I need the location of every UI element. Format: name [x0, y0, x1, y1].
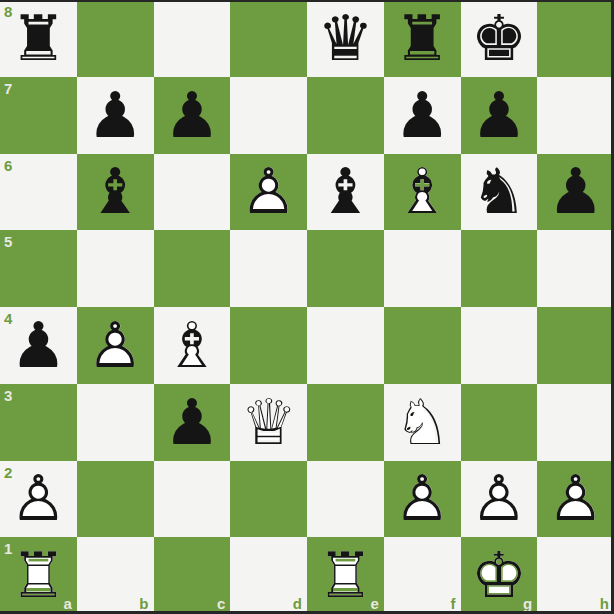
square-e1[interactable]: e♜♖ — [307, 537, 384, 614]
square-f1[interactable]: f — [384, 537, 461, 614]
square-a8[interactable]: 8♜ — [0, 0, 77, 77]
square-e5[interactable] — [307, 230, 384, 307]
square-e3[interactable] — [307, 384, 384, 461]
black-pawn-piece[interactable]: ♟ — [154, 77, 231, 154]
piece-glyph: ♝ — [77, 154, 154, 231]
white-pawn-piece[interactable]: ♟♙ — [537, 461, 614, 538]
white-rook-piece[interactable]: ♜♖ — [0, 537, 77, 614]
black-king-piece[interactable]: ♚ — [461, 0, 538, 77]
black-pawn-piece[interactable]: ♟ — [154, 384, 231, 461]
chessboard-frame: 8♜♛♜♚7♟♟♟♟6♝♟♙♝♝♗♞♟54♟♟♙♝♗3♟♛♕♞♘2♟♙♟♙♟♙♟… — [0, 0, 614, 614]
square-h2[interactable]: ♟♙ — [537, 461, 614, 538]
piece-glyph: ♜ — [0, 0, 77, 77]
square-f5[interactable] — [384, 230, 461, 307]
file-label-b: b — [139, 596, 148, 611]
square-b4[interactable]: ♟♙ — [77, 307, 154, 384]
square-g6[interactable]: ♞ — [461, 154, 538, 231]
square-h3[interactable] — [537, 384, 614, 461]
square-c6[interactable] — [154, 154, 231, 231]
piece-outline-glyph: ♔ — [461, 537, 538, 614]
white-bishop-piece[interactable]: ♝♗ — [154, 307, 231, 384]
piece-glyph: ♝ — [307, 154, 384, 231]
file-label-c: c — [217, 596, 225, 611]
black-pawn-piece[interactable]: ♟ — [0, 307, 77, 384]
square-d7[interactable] — [230, 77, 307, 154]
square-b8[interactable] — [77, 0, 154, 77]
piece-glyph: ♟ — [154, 384, 231, 461]
square-e4[interactable] — [307, 307, 384, 384]
square-b1[interactable]: b — [77, 537, 154, 614]
square-g4[interactable] — [461, 307, 538, 384]
square-e2[interactable] — [307, 461, 384, 538]
piece-outline-glyph: ♙ — [230, 154, 307, 231]
piece-outline-glyph: ♙ — [384, 461, 461, 538]
square-g3[interactable] — [461, 384, 538, 461]
white-queen-piece[interactable]: ♛♕ — [230, 384, 307, 461]
square-g8[interactable]: ♚ — [461, 0, 538, 77]
white-pawn-piece[interactable]: ♟♙ — [230, 154, 307, 231]
square-f7[interactable]: ♟ — [384, 77, 461, 154]
white-pawn-piece[interactable]: ♟♙ — [77, 307, 154, 384]
square-c3[interactable]: ♟ — [154, 384, 231, 461]
square-b2[interactable] — [77, 461, 154, 538]
square-c5[interactable] — [154, 230, 231, 307]
square-f2[interactable]: ♟♙ — [384, 461, 461, 538]
square-a5[interactable]: 5 — [0, 230, 77, 307]
square-h6[interactable]: ♟ — [537, 154, 614, 231]
piece-glyph: ♞ — [461, 154, 538, 231]
piece-outline-glyph: ♙ — [77, 307, 154, 384]
chess-board: 8♜♛♜♚7♟♟♟♟6♝♟♙♝♝♗♞♟54♟♟♙♝♗3♟♛♕♞♘2♟♙♟♙♟♙♟… — [0, 0, 614, 614]
file-label-h: h — [600, 596, 609, 611]
square-f8[interactable]: ♜ — [384, 0, 461, 77]
black-rook-piece[interactable]: ♜ — [384, 0, 461, 77]
square-c8[interactable] — [154, 0, 231, 77]
rank-label-3: 3 — [4, 388, 12, 403]
square-d8[interactable] — [230, 0, 307, 77]
square-g5[interactable] — [461, 230, 538, 307]
square-a7[interactable]: 7 — [0, 77, 77, 154]
piece-outline-glyph: ♗ — [154, 307, 231, 384]
square-a4[interactable]: 4♟ — [0, 307, 77, 384]
black-knight-piece[interactable]: ♞ — [461, 154, 538, 231]
white-pawn-piece[interactable]: ♟♙ — [384, 461, 461, 538]
white-bishop-piece[interactable]: ♝♗ — [384, 154, 461, 231]
black-pawn-piece[interactable]: ♟ — [461, 77, 538, 154]
piece-outline-glyph: ♙ — [461, 461, 538, 538]
white-rook-piece[interactable]: ♜♖ — [307, 537, 384, 614]
square-a1[interactable]: 1a♜♖ — [0, 537, 77, 614]
black-pawn-piece[interactable]: ♟ — [537, 154, 614, 231]
piece-outline-glyph: ♙ — [537, 461, 614, 538]
square-c1[interactable]: c — [154, 537, 231, 614]
file-label-f: f — [451, 596, 456, 611]
piece-glyph: ♟ — [0, 307, 77, 384]
square-d3[interactable]: ♛♕ — [230, 384, 307, 461]
square-a6[interactable]: 6 — [0, 154, 77, 231]
square-h8[interactable] — [537, 0, 614, 77]
square-g2[interactable]: ♟♙ — [461, 461, 538, 538]
white-pawn-piece[interactable]: ♟♙ — [461, 461, 538, 538]
square-d6[interactable]: ♟♙ — [230, 154, 307, 231]
rank-label-6: 6 — [4, 158, 12, 173]
square-h1[interactable]: h — [537, 537, 614, 614]
black-queen-piece[interactable]: ♛ — [307, 0, 384, 77]
square-e6[interactable]: ♝ — [307, 154, 384, 231]
piece-glyph: ♟ — [537, 154, 614, 231]
piece-glyph: ♛ — [307, 0, 384, 77]
square-e7[interactable] — [307, 77, 384, 154]
piece-glyph: ♟ — [154, 77, 231, 154]
piece-glyph: ♟ — [461, 77, 538, 154]
square-d1[interactable]: d — [230, 537, 307, 614]
piece-outline-glyph: ♘ — [384, 384, 461, 461]
piece-outline-glyph: ♖ — [0, 537, 77, 614]
black-bishop-piece[interactable]: ♝ — [77, 154, 154, 231]
square-f3[interactable]: ♞♘ — [384, 384, 461, 461]
black-bishop-piece[interactable]: ♝ — [307, 154, 384, 231]
white-pawn-piece[interactable]: ♟♙ — [0, 461, 77, 538]
rank-label-7: 7 — [4, 81, 12, 96]
piece-outline-glyph: ♙ — [0, 461, 77, 538]
square-c2[interactable] — [154, 461, 231, 538]
piece-outline-glyph: ♖ — [307, 537, 384, 614]
square-h7[interactable] — [537, 77, 614, 154]
square-a3[interactable]: 3 — [0, 384, 77, 461]
square-b7[interactable]: ♟ — [77, 77, 154, 154]
square-b3[interactable] — [77, 384, 154, 461]
square-a2[interactable]: 2♟♙ — [0, 461, 77, 538]
square-h4[interactable] — [537, 307, 614, 384]
piece-glyph: ♟ — [77, 77, 154, 154]
piece-outline-glyph: ♕ — [230, 384, 307, 461]
square-f4[interactable] — [384, 307, 461, 384]
square-d4[interactable] — [230, 307, 307, 384]
square-c4[interactable]: ♝♗ — [154, 307, 231, 384]
screenshot-edge-top — [0, 0, 614, 2]
square-b6[interactable]: ♝ — [77, 154, 154, 231]
square-g7[interactable]: ♟ — [461, 77, 538, 154]
piece-glyph: ♜ — [384, 0, 461, 77]
square-f6[interactable]: ♝♗ — [384, 154, 461, 231]
white-king-piece[interactable]: ♚♔ — [461, 537, 538, 614]
square-c7[interactable]: ♟ — [154, 77, 231, 154]
square-e8[interactable]: ♛ — [307, 0, 384, 77]
square-h5[interactable] — [537, 230, 614, 307]
square-g1[interactable]: g♚♔ — [461, 537, 538, 614]
square-d5[interactable] — [230, 230, 307, 307]
black-pawn-piece[interactable]: ♟ — [77, 77, 154, 154]
square-d2[interactable] — [230, 461, 307, 538]
rank-label-5: 5 — [4, 234, 12, 249]
piece-glyph: ♚ — [461, 0, 538, 77]
square-b5[interactable] — [77, 230, 154, 307]
file-label-d: d — [293, 596, 302, 611]
white-knight-piece[interactable]: ♞♘ — [384, 384, 461, 461]
piece-glyph: ♟ — [384, 77, 461, 154]
piece-outline-glyph: ♗ — [384, 154, 461, 231]
black-pawn-piece[interactable]: ♟ — [384, 77, 461, 154]
black-rook-piece[interactable]: ♜ — [0, 0, 77, 77]
